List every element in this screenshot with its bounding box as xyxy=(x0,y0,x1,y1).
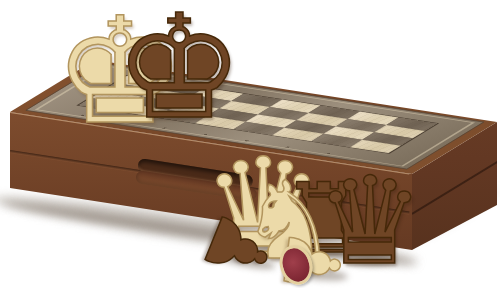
black-king: ♚ xyxy=(114,0,243,139)
pieces-layer: ♚♚♛♜♞♛♟♟ xyxy=(0,0,500,288)
chess-set-product-photo: ♚♚♛♜♞♛♟♟ xyxy=(0,0,500,288)
